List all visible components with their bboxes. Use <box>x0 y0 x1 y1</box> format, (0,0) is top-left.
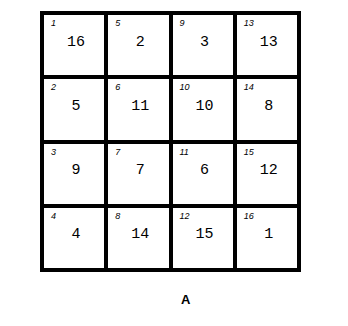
cell-value: 2 <box>110 34 170 49</box>
cell-index: 2 <box>51 83 56 92</box>
grid-cell-11: 116 <box>173 144 233 204</box>
cell-value: 5 <box>46 98 106 113</box>
cell-value: 14 <box>110 227 170 242</box>
cell-value: 16 <box>46 34 106 49</box>
cell-index: 9 <box>180 19 185 28</box>
cell-index: 15 <box>244 148 254 157</box>
grid-cell-3: 39 <box>44 144 104 204</box>
grid-cell-16: 161 <box>237 208 297 268</box>
cell-value: 9 <box>46 163 106 178</box>
cell-value: 4 <box>46 227 106 242</box>
magic-square-figure: 1165293131325611101014839771161512448141… <box>0 0 348 326</box>
cell-index: 11 <box>180 148 189 157</box>
cell-index: 6 <box>115 83 120 92</box>
cell-index: 4 <box>51 212 56 221</box>
grid-cell-2: 25 <box>44 79 104 139</box>
cell-value: 12 <box>239 163 299 178</box>
grid-cell-9: 93 <box>173 15 233 75</box>
cell-value: 3 <box>174 34 234 49</box>
cell-index: 3 <box>51 148 56 157</box>
grid-cell-7: 77 <box>108 144 168 204</box>
cell-value: 13 <box>239 34 299 49</box>
grid-cell-1: 116 <box>44 15 104 75</box>
cell-index: 12 <box>180 212 190 221</box>
figure-label: A <box>181 292 190 307</box>
grid-cell-14: 148 <box>237 79 297 139</box>
grid-cell-8: 814 <box>108 208 168 268</box>
cell-index: 7 <box>115 148 120 157</box>
cell-value: 1 <box>239 227 299 242</box>
cell-value: 7 <box>110 163 170 178</box>
cell-index: 10 <box>180 83 190 92</box>
cell-value: 8 <box>239 98 299 113</box>
cell-index: 14 <box>244 83 254 92</box>
grid-cell-4: 44 <box>44 208 104 268</box>
cell-index: 5 <box>115 19 120 28</box>
grid-cell-10: 1010 <box>173 79 233 139</box>
cell-index: 13 <box>244 19 254 28</box>
grid-cell-12: 1215 <box>173 208 233 268</box>
grid-cell-6: 611 <box>108 79 168 139</box>
cell-index: 16 <box>244 212 254 221</box>
grid-cell-5: 52 <box>108 15 168 75</box>
cell-value: 6 <box>174 163 234 178</box>
cell-index: 8 <box>115 212 120 221</box>
magic-square-grid: 1165293131325611101014839771161512448141… <box>40 11 301 272</box>
cell-index: 1 <box>51 19 56 28</box>
cell-value: 15 <box>174 227 234 242</box>
grid-cell-13: 1313 <box>237 15 297 75</box>
cell-value: 10 <box>174 98 234 113</box>
cell-value: 11 <box>110 98 170 113</box>
grid-cell-15: 1512 <box>237 144 297 204</box>
